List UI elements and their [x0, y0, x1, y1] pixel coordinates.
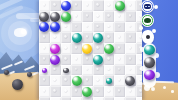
cell-pip: [96, 14, 99, 17]
ball-green[interactable]: [115, 1, 125, 11]
board-cell[interactable]: [136, 75, 142, 86]
sun-icon: [21, 29, 26, 34]
board-cell[interactable]: [71, 54, 82, 65]
board-cell[interactable]: [39, 0, 50, 11]
board-cell[interactable]: [61, 32, 72, 43]
ball-teal-small[interactable]: [106, 78, 112, 84]
foam-bubble: [163, 86, 166, 89]
cell-pip: [96, 25, 99, 28]
board-cell[interactable]: [114, 11, 125, 22]
cell-pip: [75, 57, 78, 60]
pebble: [4, 70, 9, 75]
cell-pip: [86, 68, 89, 71]
cell-pip: [53, 3, 56, 6]
cell-pip: [75, 25, 78, 28]
board-cell[interactable]: [61, 54, 72, 65]
board-cell[interactable]: [82, 22, 93, 33]
tray-splash: [140, 66, 145, 71]
ball-black-small[interactable]: [63, 68, 69, 74]
cell-pip: [75, 46, 78, 49]
undo-glyph-icon: [146, 35, 150, 39]
board-cell[interactable]: [114, 22, 125, 33]
cell-pip: [118, 89, 121, 92]
cell-pip: [64, 57, 67, 60]
cell-pip: [129, 68, 132, 71]
restart-button-tail: [139, 26, 143, 30]
ball-purple[interactable]: [50, 55, 60, 65]
board-cell[interactable]: [61, 75, 72, 86]
board-cell[interactable]: [61, 22, 72, 33]
board-cell[interactable]: [39, 43, 50, 54]
cell-pip: [43, 3, 46, 6]
cell-pip: [86, 25, 89, 28]
tray-splash: [144, 85, 150, 91]
cell-pip: [53, 68, 56, 71]
cell-pip: [53, 78, 56, 81]
board-cell[interactable]: [104, 22, 115, 33]
cell-pip: [64, 46, 67, 49]
board-cell[interactable]: [82, 32, 93, 43]
board-cell[interactable]: [114, 43, 125, 54]
ball-black[interactable]: [50, 12, 60, 22]
tray-splash: [140, 47, 145, 52]
board-cell[interactable]: [61, 43, 72, 54]
board-cell[interactable]: [50, 65, 61, 76]
cell-pip: [107, 25, 110, 28]
cell-pip: [43, 46, 46, 49]
board-cell[interactable]: [71, 0, 82, 11]
cell-pip: [118, 35, 121, 38]
cell-pip: [107, 14, 110, 17]
cell-pip: [43, 78, 46, 81]
cell-pip: [64, 89, 67, 92]
board-cell[interactable]: [114, 32, 125, 43]
board-cell[interactable]: [71, 65, 82, 76]
board-cell[interactable]: [104, 97, 115, 100]
ball-black[interactable]: [39, 12, 49, 22]
board-cell[interactable]: [50, 86, 61, 97]
board-cell[interactable]: [114, 65, 125, 76]
cell-pip: [75, 14, 78, 17]
cell-pip: [118, 46, 121, 49]
cell-pip: [86, 78, 89, 81]
ball-teal[interactable]: [72, 33, 82, 43]
cell-pip: [107, 3, 110, 6]
board-cell[interactable]: [136, 54, 142, 65]
cell-pip: [96, 3, 99, 6]
cell-pip: [86, 35, 89, 38]
cell-pip: [129, 14, 132, 17]
cell-pip: [75, 68, 78, 71]
board-cell[interactable]: [93, 65, 104, 76]
tray-splash: [154, 72, 160, 78]
board-cell[interactable]: [39, 54, 50, 65]
pebble: [12, 79, 23, 90]
board-cell[interactable]: [50, 32, 61, 43]
board-cell[interactable]: [82, 11, 93, 22]
cell-pip: [107, 89, 110, 92]
board-cell[interactable]: [50, 75, 61, 86]
board-cell[interactable]: [82, 75, 93, 86]
board-cell[interactable]: [104, 86, 115, 97]
board-cell[interactable]: [39, 97, 50, 100]
board-cell[interactable]: [125, 11, 136, 22]
board-cell[interactable]: [125, 22, 136, 33]
restart-button[interactable]: [141, 14, 154, 27]
board-cell[interactable]: [125, 32, 136, 43]
board-cell[interactable]: [104, 11, 115, 22]
cell-pip: [107, 57, 110, 60]
ball-green[interactable]: [61, 12, 71, 22]
board-cell[interactable]: [125, 86, 136, 97]
cell-pip: [118, 25, 121, 28]
menu-button[interactable]: [141, 0, 154, 13]
cell-pip: [129, 46, 132, 49]
board-cell[interactable]: [125, 0, 136, 11]
menu-button-tail: [154, 5, 158, 9]
game-board[interactable]: [39, 0, 142, 100]
cell-pip: [43, 89, 46, 92]
board-cell[interactable]: [93, 43, 104, 54]
board-cell[interactable]: [50, 97, 61, 100]
cell-pip: [118, 78, 121, 81]
cell-pip: [118, 57, 121, 60]
cell-pip: [86, 3, 89, 6]
board-cell[interactable]: [125, 43, 136, 54]
board-cell[interactable]: [114, 75, 125, 86]
board-cell[interactable]: [114, 86, 125, 97]
undo-button-bump: [152, 29, 156, 33]
cell-pip: [129, 57, 132, 60]
ball-green[interactable]: [72, 76, 82, 86]
cell-pip: [129, 25, 132, 28]
board-cell[interactable]: [93, 0, 104, 11]
cell-pip: [64, 35, 67, 38]
cell-pip: [96, 68, 99, 71]
board-cell[interactable]: [93, 75, 104, 86]
menu-pill-icon: [144, 4, 151, 9]
board-cell[interactable]: [39, 86, 50, 97]
ball-teal[interactable]: [93, 55, 103, 65]
board-cell[interactable]: [50, 0, 61, 11]
tray-splash: [154, 53, 159, 58]
cell-pip: [96, 46, 99, 49]
cell-pip: [107, 35, 110, 38]
cell-pip: [139, 78, 142, 81]
cell-pip: [53, 35, 56, 38]
foam-bubble: [171, 90, 174, 93]
pebble: [27, 72, 32, 77]
cell-pip: [86, 57, 89, 60]
cell-pip: [86, 14, 89, 17]
cell-pip: [129, 89, 132, 92]
ball-magenta[interactable]: [50, 44, 60, 54]
cell-pip: [64, 78, 67, 81]
cell-pip: [96, 89, 99, 92]
board-cell[interactable]: [93, 11, 104, 22]
cell-pip: [96, 78, 99, 81]
board-cell[interactable]: [125, 97, 136, 100]
board-cell[interactable]: [104, 0, 115, 11]
board-cell[interactable]: [39, 75, 50, 86]
cell-pip: [64, 25, 67, 28]
board-cell[interactable]: [61, 97, 72, 100]
board-cell[interactable]: [61, 86, 72, 97]
board-cell[interactable]: [104, 65, 115, 76]
board-cell[interactable]: [125, 54, 136, 65]
restart-glyph-icon: [144, 18, 151, 23]
board-cell[interactable]: [82, 97, 93, 100]
cell-pip: [129, 3, 132, 6]
cell-pip: [53, 89, 56, 92]
cell-pip: [43, 57, 46, 60]
cell-pip: [118, 14, 121, 17]
board-cell[interactable]: [71, 97, 82, 100]
board-cell[interactable]: [82, 54, 93, 65]
cell-pip: [107, 68, 110, 71]
board-cell[interactable]: [104, 32, 115, 43]
cell-pip: [75, 3, 78, 6]
cell-pip: [118, 68, 121, 71]
board-cell[interactable]: [93, 22, 104, 33]
board-cell[interactable]: [125, 65, 136, 76]
board-cell[interactable]: [71, 22, 82, 33]
board-cell[interactable]: [71, 43, 82, 54]
board-cell[interactable]: [93, 97, 104, 100]
cell-pip: [43, 35, 46, 38]
board-cell[interactable]: [114, 54, 125, 65]
board-cell[interactable]: [82, 0, 93, 11]
board-cell[interactable]: [39, 32, 50, 43]
cell-pip: [139, 89, 142, 92]
game-screen: [0, 0, 178, 100]
board-cell[interactable]: [136, 86, 142, 97]
board-cell[interactable]: [93, 86, 104, 97]
cell-pip: [75, 89, 78, 92]
cell-pip: [139, 57, 142, 60]
tray-splash: [151, 87, 155, 91]
board-cell[interactable]: [114, 97, 125, 100]
ball-blue[interactable]: [61, 1, 71, 11]
board-cell[interactable]: [104, 54, 115, 65]
board-cell[interactable]: [71, 11, 82, 22]
ball-green[interactable]: [104, 44, 114, 54]
cell-pip: [129, 35, 132, 38]
board-cell[interactable]: [71, 86, 82, 97]
board-cell[interactable]: [82, 65, 93, 76]
board-cell[interactable]: [136, 97, 142, 100]
